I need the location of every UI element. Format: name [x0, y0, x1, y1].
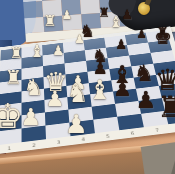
- white-king-b1[interactable]: ♚: [0, 99, 23, 133]
- black-pawn-c6[interactable]: ♟: [113, 79, 132, 100]
- floor-shadow-streak: [170, 144, 175, 174]
- black-rook-a8[interactable]: ♜: [157, 93, 175, 122]
- far-square: [23, 1, 43, 18]
- white-pawn-c3[interactable]: ♟: [45, 89, 64, 110]
- far-white-rook[interactable]: ♜: [43, 14, 56, 29]
- white-rook-e1[interactable]: ♜: [5, 67, 22, 86]
- black-king-g8[interactable]: ♚: [154, 29, 172, 49]
- white-pawn-g3[interactable]: ♟: [52, 44, 64, 57]
- white-pawn-a4[interactable]: ♟: [65, 112, 88, 138]
- black-pawn-h7[interactable]: ♟: [136, 29, 147, 41]
- far-black-rook[interactable]: ♜: [98, 6, 110, 19]
- white-bishop-c5[interactable]: ♝: [88, 77, 112, 104]
- black-pawn-g6[interactable]: ♟: [115, 38, 127, 51]
- black-knight-d7[interactable]: ♞: [134, 62, 154, 85]
- chess-photo-scene: ♜♟♝♞♜♟ 12345678 ♜♛♚♜♟♞♟♟♝♟♝♟♞♟♞♟♟♟♛♟♟♞♝♚…: [0, 0, 175, 174]
- black-pawn-b7[interactable]: ♟: [135, 88, 156, 111]
- far-square: [24, 17, 44, 34]
- white-pawn-h4[interactable]: ♟: [74, 34, 85, 46]
- white-knight-d2[interactable]: ♞: [24, 76, 44, 99]
- far-white-pawn[interactable]: ♟: [62, 9, 73, 21]
- far-black-pawn[interactable]: ♟: [121, 8, 133, 21]
- white-rook-g1[interactable]: ♜: [9, 46, 23, 61]
- concrete-floor: [141, 141, 175, 174]
- white-knight-c4[interactable]: ♞: [66, 82, 89, 107]
- white-bishop-g2[interactable]: ♝: [30, 42, 45, 59]
